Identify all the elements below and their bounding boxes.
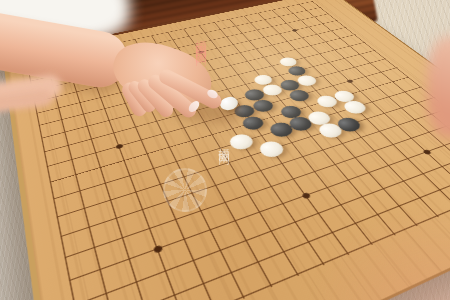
- board-grid-lines: [26, 1, 450, 300]
- opponent-hand-blurred: [427, 36, 450, 138]
- go-game-photo-scene: 摄图网摄图网 摄图网: [0, 0, 450, 300]
- go-board: [3, 0, 450, 300]
